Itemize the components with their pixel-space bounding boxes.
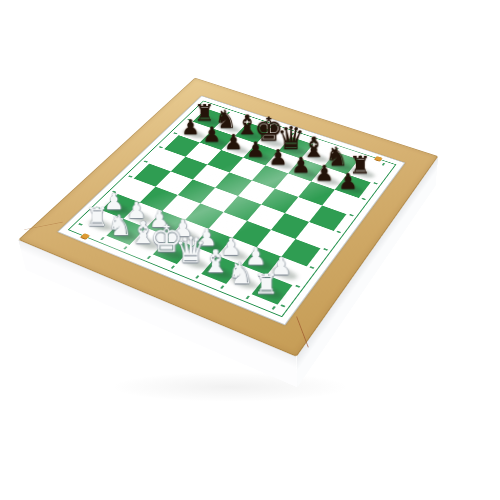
white-bishop-glyph: ♝ xyxy=(201,246,229,278)
box-lid-wooden-frame: ♜♞♝♚♛♝♞♜♟♟♟♟♟♟♟♟♟♟♟♟♟♟♟♟♜♞♝♚♛♝♞♜ xyxy=(18,78,438,357)
product-photo-scene: Angled product photo of a chess set: whi… xyxy=(0,0,500,500)
chess-box: ♜♞♝♚♛♝♞♜♟♟♟♟♟♟♟♟♟♟♟♟♟♟♟♟♜♞♝♚♛♝♞♜ xyxy=(18,78,438,357)
ground-shadow xyxy=(110,372,350,402)
white-rook-glyph: ♜ xyxy=(253,270,278,298)
white-knight-glyph: ♞ xyxy=(227,258,254,288)
piece-white-rook-a1[interactable]: ♜ xyxy=(252,275,293,305)
white-rook-glyph: ♜ xyxy=(85,204,108,230)
